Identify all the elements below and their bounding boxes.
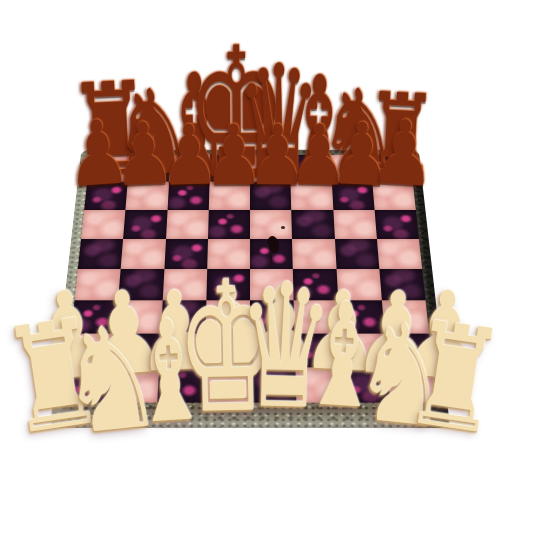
square-e8 xyxy=(203,367,250,402)
square-b2 xyxy=(331,182,374,210)
square-h4 xyxy=(78,239,123,269)
square-e3 xyxy=(208,210,250,239)
square-f1 xyxy=(169,155,210,182)
square-c2 xyxy=(291,182,333,210)
square-e6 xyxy=(205,301,250,334)
square-a2 xyxy=(372,182,416,210)
square-h6 xyxy=(71,301,118,334)
square-h1 xyxy=(87,155,130,182)
square-d8 xyxy=(250,367,297,402)
square-d7 xyxy=(250,333,296,367)
square-b7 xyxy=(340,333,387,367)
square-d3 xyxy=(250,210,292,239)
square-a5 xyxy=(379,269,425,300)
square-b3 xyxy=(333,210,377,239)
square-d2 xyxy=(250,182,291,210)
board-grid xyxy=(64,155,437,403)
square-e1 xyxy=(209,155,250,182)
square-e5 xyxy=(206,269,250,300)
square-a3 xyxy=(374,210,419,239)
square-h7 xyxy=(67,333,115,367)
square-f8 xyxy=(157,367,205,402)
square-e4 xyxy=(207,239,250,269)
square-c7 xyxy=(295,333,342,367)
board-speck-small-icon xyxy=(281,226,285,229)
square-a6 xyxy=(382,301,429,334)
square-f7 xyxy=(159,333,206,367)
square-g4 xyxy=(121,239,166,269)
chess-board xyxy=(50,150,450,428)
square-e7 xyxy=(204,333,250,367)
square-g1 xyxy=(128,155,170,182)
square-a8 xyxy=(387,367,436,402)
square-b1 xyxy=(330,155,372,182)
square-f3 xyxy=(166,210,209,239)
square-g5 xyxy=(118,269,164,300)
square-g2 xyxy=(126,182,169,210)
square-f2 xyxy=(167,182,209,210)
square-h3 xyxy=(81,210,126,239)
square-h5 xyxy=(74,269,120,300)
square-g7 xyxy=(113,333,160,367)
square-h8 xyxy=(64,367,113,402)
square-c6 xyxy=(294,301,340,334)
square-a7 xyxy=(384,333,432,367)
square-a4 xyxy=(377,239,422,269)
square-c3 xyxy=(291,210,334,239)
square-d5 xyxy=(250,269,294,300)
square-f6 xyxy=(160,301,206,334)
square-c4 xyxy=(292,239,336,269)
square-d6 xyxy=(250,301,295,334)
square-a1 xyxy=(370,155,413,182)
square-f4 xyxy=(164,239,208,269)
square-c5 xyxy=(293,269,338,300)
square-g3 xyxy=(123,210,167,239)
square-h2 xyxy=(84,182,128,210)
square-d1 xyxy=(250,155,291,182)
square-f5 xyxy=(162,269,207,300)
chess-set-photo: ♜♞♝♚♛♝♞♜♟♟♟♟♟♟♟♟♟♟♟♟♟♟♟♟♜♞♝♚♛♝♞♜ xyxy=(0,0,533,533)
square-b6 xyxy=(338,301,385,334)
square-b5 xyxy=(336,269,382,300)
square-c1 xyxy=(290,155,331,182)
square-c8 xyxy=(296,367,344,402)
square-g8 xyxy=(110,367,159,402)
square-b4 xyxy=(334,239,379,269)
square-b8 xyxy=(341,367,390,402)
square-e2 xyxy=(209,182,250,210)
square-g6 xyxy=(116,301,163,334)
